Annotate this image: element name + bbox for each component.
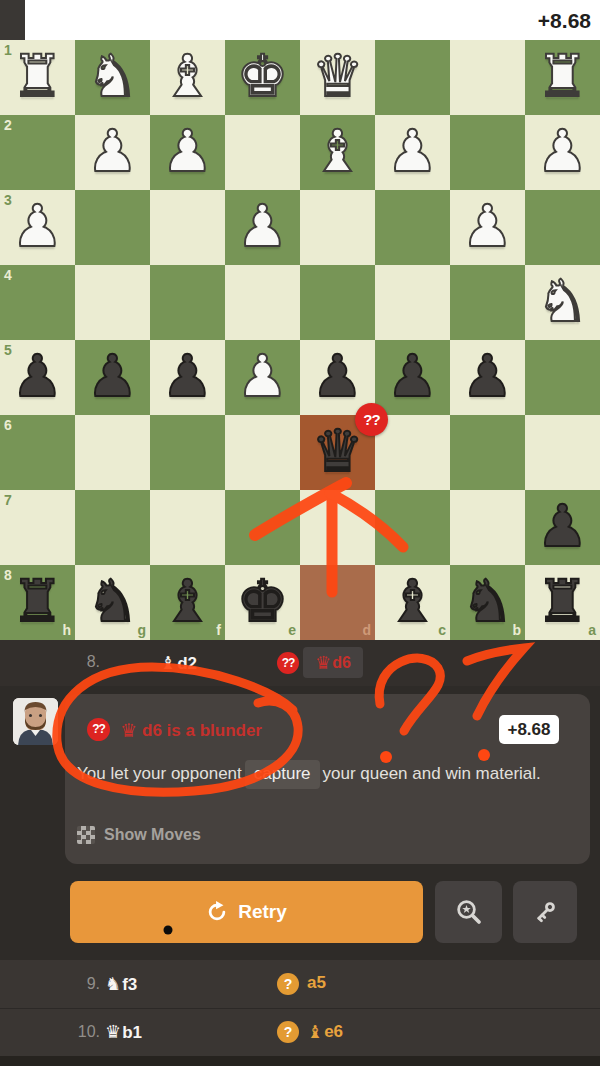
black-bishop: ♝ <box>150 565 225 640</box>
file-label-d: d <box>362 622 371 638</box>
square-f4[interactable] <box>150 265 225 340</box>
square-d7[interactable] <box>300 490 375 565</box>
avatar <box>13 698 58 745</box>
file-label-e: e <box>288 622 296 638</box>
file-label-h: h <box>62 622 71 638</box>
white-king: ♚ <box>225 40 300 115</box>
square-g6[interactable] <box>75 415 150 490</box>
square-f2[interactable]: ♟ <box>150 115 225 190</box>
black-bishop: ♝ <box>375 565 450 640</box>
square-f8[interactable]: f♝ <box>150 565 225 640</box>
square-c1[interactable] <box>375 40 450 115</box>
move-number: 9. <box>60 975 100 993</box>
key-icon <box>531 898 559 926</box>
square-h2[interactable]: 2 <box>0 115 75 190</box>
square-d8[interactable]: d <box>300 565 375 640</box>
file-label-c: c <box>438 622 446 638</box>
square-g2[interactable]: ♟ <box>75 115 150 190</box>
black-knight: ♞ <box>450 565 525 640</box>
rank-label-2: 2 <box>4 117 12 133</box>
square-b8[interactable]: b♞ <box>450 565 525 640</box>
square-c7[interactable] <box>375 490 450 565</box>
square-c4[interactable] <box>375 265 450 340</box>
square-g8[interactable]: g♞ <box>75 565 150 640</box>
white-pawn: ♟ <box>225 190 300 265</box>
file-label-g: g <box>137 622 146 638</box>
move-number: 10. <box>60 1023 100 1041</box>
square-b5[interactable]: ♟ <box>450 340 525 415</box>
move-row-10[interactable]: 10. ♛b1 ? ♝e6 <box>0 1008 600 1056</box>
blunder-title: d6 is a blunder <box>142 721 262 741</box>
black-pawn: ♟ <box>75 340 150 415</box>
square-d6[interactable]: ♛?? <box>300 415 375 490</box>
black-move-qd6-selected[interactable]: ♛d6 <box>303 647 363 678</box>
black-move-a5[interactable]: a5 <box>307 973 326 993</box>
white-rook: ♜ <box>0 40 75 115</box>
square-h3[interactable]: 3♟ <box>0 190 75 265</box>
black-rook: ♜ <box>0 565 75 640</box>
black-pawn: ♟ <box>150 340 225 415</box>
square-c5[interactable]: ♟ <box>375 340 450 415</box>
white-pawn: ♟ <box>150 115 225 190</box>
square-f3[interactable] <box>150 190 225 265</box>
square-b1[interactable] <box>450 40 525 115</box>
square-d2[interactable]: ♝ <box>300 115 375 190</box>
black-move-be6[interactable]: ♝e6 <box>307 1021 343 1042</box>
square-h4[interactable]: 4 <box>0 265 75 340</box>
black-pawn: ♟ <box>375 340 450 415</box>
rank-label-4: 4 <box>4 267 12 283</box>
avatar-image <box>13 698 58 745</box>
square-e8[interactable]: e♚ <box>225 565 300 640</box>
key-button[interactable] <box>513 881 577 943</box>
move-row-8[interactable]: 8. ♝d2 ?? ♛d6 <box>0 640 600 686</box>
show-moves-button[interactable]: Show Moves <box>77 826 201 846</box>
blunder-badge: ?? <box>277 652 299 674</box>
square-g3[interactable] <box>75 190 150 265</box>
blunder-description: You let your opponentcaptureyour queen a… <box>77 760 555 789</box>
capture-chip: capture <box>245 760 320 789</box>
square-e1[interactable]: ♚ <box>225 40 300 115</box>
square-b3[interactable]: ♟ <box>450 190 525 265</box>
white-pawn: ♟ <box>525 115 600 190</box>
queen-icon: ♛ <box>120 719 137 741</box>
white-bishop: ♝ <box>150 40 225 115</box>
rank-label-7: 7 <box>4 492 12 508</box>
square-e3[interactable]: ♟ <box>225 190 300 265</box>
move-number: 8. <box>60 653 100 671</box>
square-a2[interactable]: ♟ <box>525 115 600 190</box>
white-rook: ♜ <box>525 40 600 115</box>
square-d1[interactable]: ♛ <box>300 40 375 115</box>
refresh-icon <box>206 901 228 923</box>
black-knight: ♞ <box>75 565 150 640</box>
black-pawn: ♟ <box>450 340 525 415</box>
square-d3[interactable] <box>300 190 375 265</box>
white-knight: ♞ <box>75 40 150 115</box>
black-king: ♚ <box>225 565 300 640</box>
square-g5[interactable]: ♟ <box>75 340 150 415</box>
rank-label-3: 3 <box>4 192 12 208</box>
game-review-button[interactable] <box>435 881 502 943</box>
square-c2[interactable]: ♟ <box>375 115 450 190</box>
knight-icon: ♞ <box>105 973 121 994</box>
square-c8[interactable]: c♝ <box>375 565 450 640</box>
blunder-badge-on-board: ?? <box>355 403 388 436</box>
square-b7[interactable] <box>450 490 525 565</box>
mistake-badge: ? <box>277 1021 299 1043</box>
white-knight: ♞ <box>525 265 600 340</box>
chess-board[interactable]: 1♜♞♝♚♛♜2♟♟♝♟♟3♟♟♟4♞5♟♟♟♟♟♟♟6♛??7♟8h♜g♞f♝… <box>0 40 600 640</box>
queen-icon: ♛ <box>315 652 331 673</box>
evaluation-score: +8.68 <box>538 0 591 40</box>
square-a7[interactable]: ♟ <box>525 490 600 565</box>
square-c3[interactable] <box>375 190 450 265</box>
square-a8[interactable]: a♜ <box>525 565 600 640</box>
square-e4[interactable] <box>225 265 300 340</box>
file-label-f: f <box>216 622 221 638</box>
white-move-qb1[interactable]: ♛b1 <box>105 1021 142 1043</box>
evaluation-bar-black-segment <box>0 0 25 40</box>
square-h8[interactable]: 8h♜ <box>0 565 75 640</box>
file-label-b: b <box>512 622 521 638</box>
analysis-card: ?? ♛ d6 is a blunder +8.68 You let your … <box>65 694 590 864</box>
white-bishop: ♝ <box>300 115 375 190</box>
square-f1[interactable]: ♝ <box>150 40 225 115</box>
square-e2[interactable] <box>225 115 300 190</box>
black-rook: ♜ <box>525 565 600 640</box>
white-move-nf3[interactable]: ♞f3 <box>105 973 137 995</box>
move-row-9[interactable]: 9. ♞f3 ? a5 <box>0 960 600 1008</box>
bishop-icon: ♝ <box>307 1021 323 1042</box>
white-pawn: ♟ <box>75 115 150 190</box>
rank-label-6: 6 <box>4 417 12 433</box>
square-h6[interactable]: 6 <box>0 415 75 490</box>
square-a4[interactable]: ♞ <box>525 265 600 340</box>
square-g1[interactable]: ♞ <box>75 40 150 115</box>
square-a3[interactable] <box>525 190 600 265</box>
checkerboard-icon <box>77 826 95 844</box>
white-move-bd2[interactable]: ♝d2 <box>160 652 197 674</box>
square-g7[interactable] <box>75 490 150 565</box>
white-pawn: ♟ <box>225 340 300 415</box>
square-a5[interactable] <box>525 340 600 415</box>
white-pawn: ♟ <box>375 115 450 190</box>
square-e6[interactable] <box>225 415 300 490</box>
mistake-badge: ? <box>277 973 299 995</box>
square-e7[interactable] <box>225 490 300 565</box>
black-pawn: ♟ <box>525 490 600 565</box>
square-h7[interactable]: 7 <box>0 490 75 565</box>
square-a1[interactable]: ♜ <box>525 40 600 115</box>
blunder-badge: ?? <box>87 718 110 741</box>
square-f6[interactable] <box>150 415 225 490</box>
rank-label-5: 5 <box>4 342 12 358</box>
rank-label-8: 8 <box>4 567 12 583</box>
rank-label-1: 1 <box>4 42 12 58</box>
square-h5[interactable]: 5♟ <box>0 340 75 415</box>
square-a6[interactable] <box>525 415 600 490</box>
queen-icon: ♛ <box>105 1021 121 1042</box>
square-f7[interactable] <box>150 490 225 565</box>
bishop-icon: ♝ <box>160 652 176 673</box>
bottom-strip <box>0 1056 600 1066</box>
black-pawn: ♟ <box>0 340 75 415</box>
square-b6[interactable] <box>450 415 525 490</box>
magnifier-star-icon <box>454 897 484 927</box>
square-d4[interactable] <box>300 265 375 340</box>
square-b4[interactable] <box>450 265 525 340</box>
square-b2[interactable] <box>450 115 525 190</box>
square-h1[interactable]: 1♜ <box>0 40 75 115</box>
file-label-a: a <box>588 622 596 638</box>
retry-button[interactable]: Retry <box>70 881 423 943</box>
evaluation-pill: +8.68 <box>499 715 559 744</box>
square-e5[interactable]: ♟ <box>225 340 300 415</box>
evaluation-bar: +8.68 <box>0 0 600 40</box>
white-pawn: ♟ <box>450 190 525 265</box>
square-g4[interactable] <box>75 265 150 340</box>
white-queen: ♛ <box>300 40 375 115</box>
white-pawn: ♟ <box>0 190 75 265</box>
square-f5[interactable]: ♟ <box>150 340 225 415</box>
